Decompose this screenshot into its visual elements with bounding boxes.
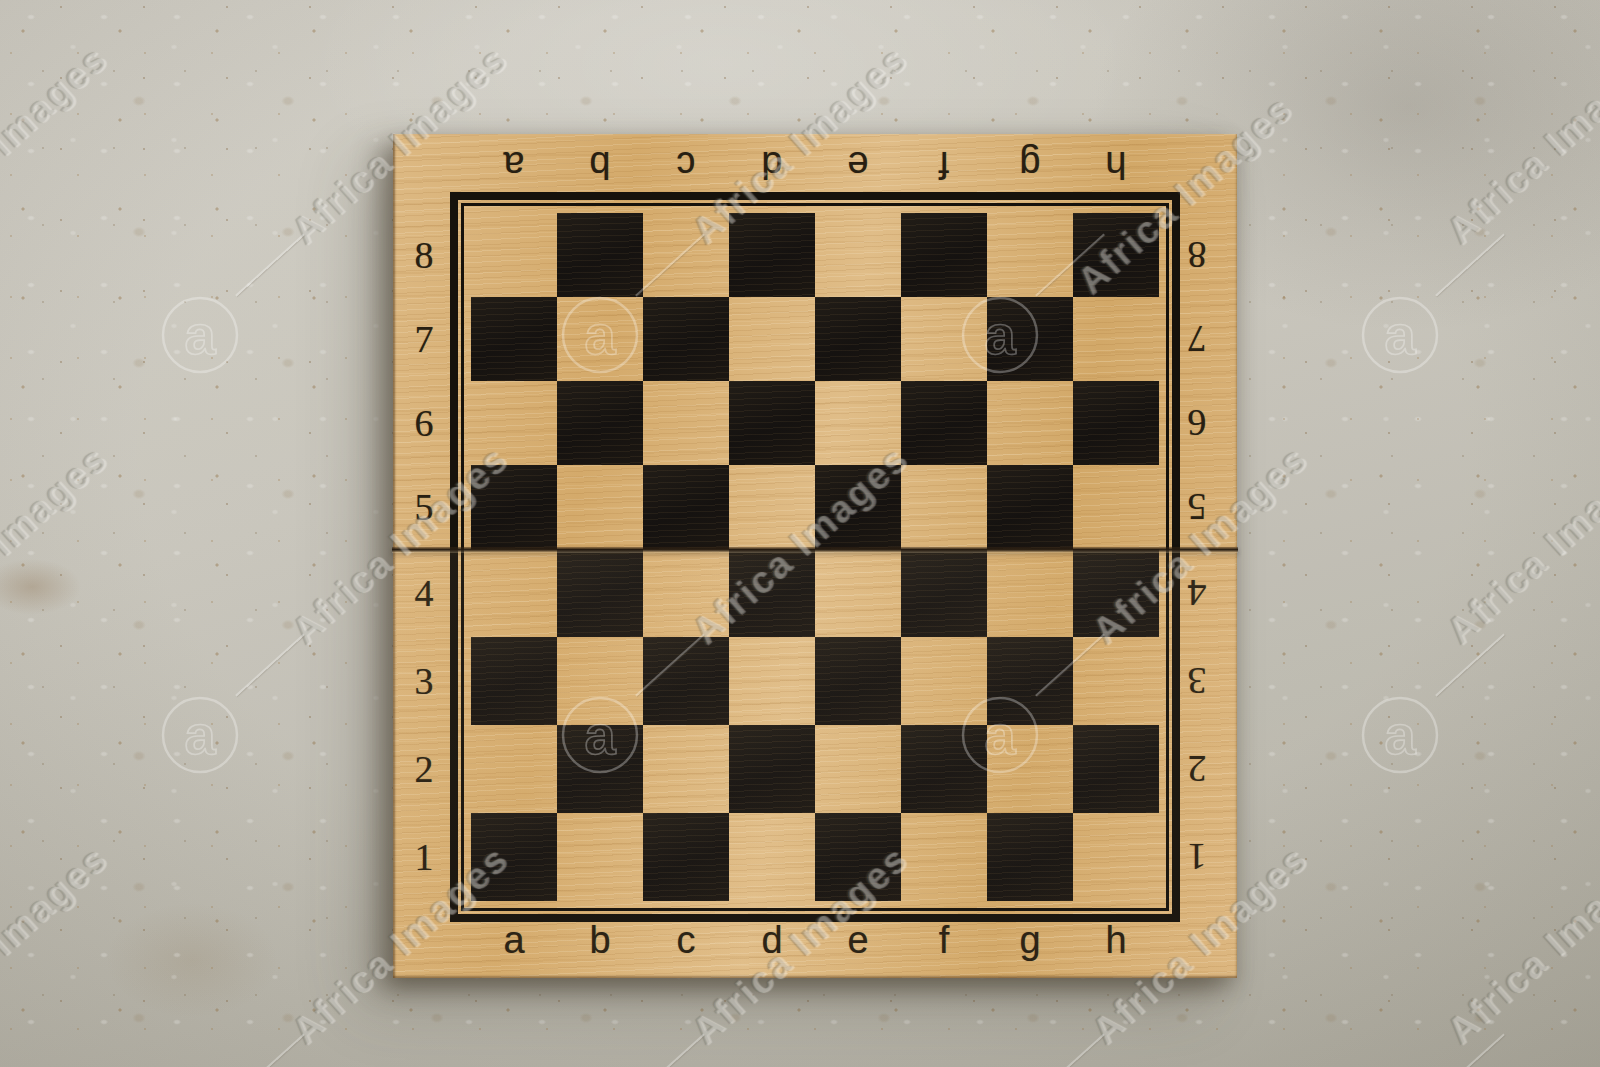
file-labels-top: a b c d e f g h <box>471 143 1159 187</box>
board-frame-outer <box>450 192 1180 922</box>
square-f7 <box>901 297 987 381</box>
square-f4 <box>901 549 987 637</box>
file-label-top-a: a <box>471 143 557 187</box>
square-e7 <box>815 297 901 381</box>
square-c3 <box>643 637 729 725</box>
square-h3 <box>1073 637 1159 725</box>
square-e2 <box>815 725 901 813</box>
square-c1 <box>643 813 729 901</box>
square-a7 <box>471 297 557 381</box>
square-g8 <box>987 213 1073 297</box>
square-b8 <box>557 213 643 297</box>
square-a3 <box>471 637 557 725</box>
square-c2 <box>643 725 729 813</box>
square-f3 <box>901 637 987 725</box>
rank-label-left-1: 1 <box>404 813 444 901</box>
photo-scene: a b c d e f g h 8 7 6 5 4 3 2 1 8 7 6 5 … <box>0 0 1600 1067</box>
square-f8 <box>901 213 987 297</box>
square-g6 <box>987 381 1073 465</box>
square-a8 <box>471 213 557 297</box>
square-g3 <box>987 637 1073 725</box>
square-e5 <box>815 465 901 549</box>
square-h1 <box>1073 813 1159 901</box>
square-d3 <box>729 637 815 725</box>
square-a6 <box>471 381 557 465</box>
square-h7 <box>1073 297 1159 381</box>
square-f1 <box>901 813 987 901</box>
square-b5 <box>557 465 643 549</box>
square-d7 <box>729 297 815 381</box>
file-label-bottom-b: b <box>557 918 643 962</box>
rank-label-right-3: 3 <box>1177 637 1217 725</box>
square-a4 <box>471 549 557 637</box>
square-d8 <box>729 213 815 297</box>
square-c8 <box>643 213 729 297</box>
square-e8 <box>815 213 901 297</box>
rank-label-left-5: 5 <box>404 465 444 549</box>
square-a5 <box>471 465 557 549</box>
square-c6 <box>643 381 729 465</box>
square-d2 <box>729 725 815 813</box>
file-label-top-d: d <box>729 143 815 187</box>
square-g7 <box>987 297 1073 381</box>
rank-label-right-4: 4 <box>1177 549 1217 637</box>
rank-label-right-5: 5 <box>1177 465 1217 549</box>
square-e6 <box>815 381 901 465</box>
file-labels-bottom: a b c d e f g h <box>471 918 1159 962</box>
square-e1 <box>815 813 901 901</box>
square-a2 <box>471 725 557 813</box>
board-frame-inner <box>461 203 1169 911</box>
file-label-bottom-g: g <box>987 918 1073 962</box>
square-h2 <box>1073 725 1159 813</box>
squares-grid <box>471 213 1159 901</box>
square-h5 <box>1073 465 1159 549</box>
file-label-top-e: e <box>815 143 901 187</box>
rank-label-left-8: 8 <box>404 213 444 297</box>
file-label-bottom-h: h <box>1073 918 1159 962</box>
rank-label-left-4: 4 <box>404 549 444 637</box>
rank-label-left-3: 3 <box>404 637 444 725</box>
file-label-bottom-e: e <box>815 918 901 962</box>
file-label-top-f: f <box>901 143 987 187</box>
square-a1 <box>471 813 557 901</box>
square-e4 <box>815 549 901 637</box>
square-g4 <box>987 549 1073 637</box>
rank-label-right-6: 6 <box>1177 381 1217 465</box>
rank-label-right-1: 1 <box>1177 813 1217 901</box>
square-c7 <box>643 297 729 381</box>
square-b1 <box>557 813 643 901</box>
square-f2 <box>901 725 987 813</box>
file-label-top-g: g <box>987 143 1073 187</box>
square-b6 <box>557 381 643 465</box>
file-label-bottom-f: f <box>901 918 987 962</box>
rank-label-left-6: 6 <box>404 381 444 465</box>
square-g2 <box>987 725 1073 813</box>
rank-label-right-7: 7 <box>1177 297 1217 381</box>
square-b7 <box>557 297 643 381</box>
square-f6 <box>901 381 987 465</box>
square-e3 <box>815 637 901 725</box>
square-c4 <box>643 549 729 637</box>
square-g5 <box>987 465 1073 549</box>
rank-label-left-7: 7 <box>404 297 444 381</box>
file-label-top-b: b <box>557 143 643 187</box>
square-f5 <box>901 465 987 549</box>
file-label-bottom-a: a <box>471 918 557 962</box>
square-d5 <box>729 465 815 549</box>
rank-label-left-2: 2 <box>404 725 444 813</box>
file-label-bottom-d: d <box>729 918 815 962</box>
square-d6 <box>729 381 815 465</box>
square-h4 <box>1073 549 1159 637</box>
file-label-top-h: h <box>1073 143 1159 187</box>
rank-label-right-8: 8 <box>1177 213 1217 297</box>
square-b4 <box>557 549 643 637</box>
rank-labels-right: 8 7 6 5 4 3 2 1 <box>1177 213 1217 901</box>
chessboard: a b c d e f g h 8 7 6 5 4 3 2 1 8 7 6 5 … <box>393 134 1237 978</box>
fold-seam <box>392 547 1238 553</box>
square-g1 <box>987 813 1073 901</box>
square-b3 <box>557 637 643 725</box>
square-d4 <box>729 549 815 637</box>
rank-labels-left: 8 7 6 5 4 3 2 1 <box>404 213 444 901</box>
square-h8 <box>1073 213 1159 297</box>
square-d1 <box>729 813 815 901</box>
square-b2 <box>557 725 643 813</box>
square-h6 <box>1073 381 1159 465</box>
file-label-top-c: c <box>643 143 729 187</box>
square-c5 <box>643 465 729 549</box>
file-label-bottom-c: c <box>643 918 729 962</box>
rank-label-right-2: 2 <box>1177 725 1217 813</box>
